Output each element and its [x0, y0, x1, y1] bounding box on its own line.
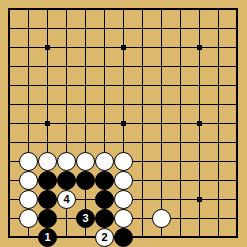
move-number: 2 [101, 232, 107, 243]
white-stone [152, 209, 171, 228]
grid-line-vertical [236, 8, 238, 238]
grid-line-vertical [218, 8, 219, 238]
white-stone [76, 152, 95, 171]
grid-line-vertical [142, 8, 143, 238]
star-point [121, 45, 126, 50]
move-number: 4 [63, 194, 69, 205]
black-stone [38, 209, 57, 228]
white-stone [19, 190, 38, 209]
star-point [197, 121, 202, 126]
black-stone [38, 190, 57, 209]
black-stone [38, 171, 57, 190]
star-point [45, 45, 50, 50]
white-stone: 4 [57, 190, 76, 209]
move-number: 1 [44, 232, 50, 243]
white-stone [114, 209, 133, 228]
black-stone [76, 171, 95, 190]
grid-line-horizontal [8, 142, 238, 143]
white-stone: 2 [95, 228, 114, 247]
white-stone [19, 209, 38, 228]
go-board-diagram: 4312 [0, 0, 247, 247]
star-point [197, 45, 202, 50]
black-stone [114, 228, 133, 247]
grid-line-vertical [180, 8, 181, 238]
white-stone [95, 152, 114, 171]
black-stone [95, 190, 114, 209]
white-stone [57, 152, 76, 171]
white-stone [38, 152, 57, 171]
star-point [197, 197, 202, 202]
white-stone [114, 152, 133, 171]
black-stone [57, 171, 76, 190]
white-stone [19, 152, 38, 171]
black-stone [95, 209, 114, 228]
white-stone [19, 171, 38, 190]
star-point [121, 121, 126, 126]
white-stone [114, 171, 133, 190]
black-stone: 1 [38, 228, 57, 247]
white-stone [114, 190, 133, 209]
grid-line-vertical [161, 8, 162, 238]
move-number: 3 [82, 213, 88, 224]
black-stone [95, 171, 114, 190]
black-stone: 3 [76, 209, 95, 228]
star-point [45, 121, 50, 126]
